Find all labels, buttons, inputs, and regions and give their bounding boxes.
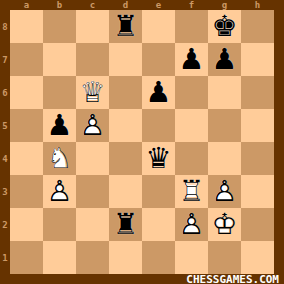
square-a2[interactable] <box>10 208 43 241</box>
queen-icon: ♛ <box>142 142 175 175</box>
square-f6[interactable] <box>175 76 208 109</box>
rook-icon: ♜ <box>109 10 142 43</box>
white-pawn-piece[interactable]: ♟♙ <box>175 208 208 241</box>
white-pawn-piece[interactable]: ♟♙ <box>43 175 76 208</box>
black-rook-piece[interactable]: ♜ <box>109 208 142 241</box>
square-a8[interactable] <box>10 10 43 43</box>
square-f1[interactable] <box>175 241 208 274</box>
square-a7[interactable] <box>10 43 43 76</box>
square-c2[interactable] <box>76 208 109 241</box>
square-c4[interactable] <box>76 142 109 175</box>
square-d1[interactable] <box>109 241 142 274</box>
square-e5[interactable] <box>142 109 175 142</box>
square-h6[interactable] <box>241 76 274 109</box>
rank-label-8: 8 <box>0 10 10 43</box>
square-f5[interactable] <box>175 109 208 142</box>
pawn-icon: ♟ <box>43 109 76 142</box>
square-h1[interactable] <box>241 241 274 274</box>
square-e4[interactable]: ♛ <box>142 142 175 175</box>
file-label-g: g <box>208 0 241 10</box>
king-outline-icon: ♔ <box>208 208 241 241</box>
square-d3[interactable] <box>109 175 142 208</box>
watermark: CHESSGAMES.COM <box>186 274 279 284</box>
square-d7[interactable] <box>109 43 142 76</box>
pawn-outline-icon: ♙ <box>43 175 76 208</box>
square-g7[interactable]: ♟ <box>208 43 241 76</box>
square-d8[interactable]: ♜ <box>109 10 142 43</box>
square-h2[interactable] <box>241 208 274 241</box>
square-a3[interactable] <box>10 175 43 208</box>
white-king-piece[interactable]: ♚♔ <box>208 208 241 241</box>
square-g2[interactable]: ♚♔ <box>208 208 241 241</box>
square-d6[interactable] <box>109 76 142 109</box>
king-icon: ♚ <box>208 10 241 43</box>
square-a4[interactable] <box>10 142 43 175</box>
square-e8[interactable] <box>142 10 175 43</box>
rank-label-4: 4 <box>0 142 10 175</box>
square-b8[interactable] <box>43 10 76 43</box>
square-c3[interactable] <box>76 175 109 208</box>
square-f2[interactable]: ♟♙ <box>175 208 208 241</box>
white-pawn-piece[interactable]: ♟♙ <box>76 109 109 142</box>
file-label-b: b <box>43 0 76 10</box>
square-f7[interactable]: ♟ <box>175 43 208 76</box>
square-c5[interactable]: ♟♙ <box>76 109 109 142</box>
white-rook-piece[interactable]: ♜♖ <box>175 175 208 208</box>
square-b2[interactable] <box>43 208 76 241</box>
square-f3[interactable]: ♜♖ <box>175 175 208 208</box>
black-pawn-piece[interactable]: ♟ <box>43 109 76 142</box>
rank-label-2: 2 <box>0 208 10 241</box>
pawn-icon: ♟ <box>142 76 175 109</box>
knight-outline-icon: ♘ <box>43 142 76 175</box>
file-label-f: f <box>175 0 208 10</box>
square-e1[interactable] <box>142 241 175 274</box>
square-b4[interactable]: ♞♘ <box>43 142 76 175</box>
square-g1[interactable] <box>208 241 241 274</box>
square-f4[interactable] <box>175 142 208 175</box>
square-e6[interactable]: ♟ <box>142 76 175 109</box>
white-queen-piece[interactable]: ♛♕ <box>76 76 109 109</box>
black-pawn-piece[interactable]: ♟ <box>175 43 208 76</box>
square-c1[interactable] <box>76 241 109 274</box>
file-label-a: a <box>10 0 43 10</box>
black-rook-piece[interactable]: ♜ <box>109 10 142 43</box>
square-g4[interactable] <box>208 142 241 175</box>
rook-outline-icon: ♖ <box>175 175 208 208</box>
black-pawn-piece[interactable]: ♟ <box>208 43 241 76</box>
square-b7[interactable] <box>43 43 76 76</box>
pawn-outline-icon: ♙ <box>175 208 208 241</box>
square-b5[interactable]: ♟ <box>43 109 76 142</box>
square-g6[interactable] <box>208 76 241 109</box>
square-h4[interactable] <box>241 142 274 175</box>
square-b1[interactable] <box>43 241 76 274</box>
rank-label-6: 6 <box>0 76 10 109</box>
square-a5[interactable] <box>10 109 43 142</box>
square-c8[interactable] <box>76 10 109 43</box>
file-label-c: c <box>76 0 109 10</box>
square-h7[interactable] <box>241 43 274 76</box>
square-g5[interactable] <box>208 109 241 142</box>
white-knight-piece[interactable]: ♞♘ <box>43 142 76 175</box>
pawn-outline-icon: ♙ <box>208 175 241 208</box>
square-b3[interactable]: ♟♙ <box>43 175 76 208</box>
chess-diagram: ♜♚♟♟♛♕♟♟♟♙♞♘♛♟♙♜♖♟♙♜♟♙♚♔ abcdefgh 876543… <box>0 0 284 284</box>
pawn-icon: ♟ <box>208 43 241 76</box>
black-king-piece[interactable]: ♚ <box>208 10 241 43</box>
file-label-d: d <box>109 0 142 10</box>
square-c7[interactable] <box>76 43 109 76</box>
file-label-h: h <box>241 0 274 10</box>
square-e7[interactable] <box>142 43 175 76</box>
square-d5[interactable] <box>109 109 142 142</box>
square-g3[interactable]: ♟♙ <box>208 175 241 208</box>
file-label-e: e <box>142 0 175 10</box>
square-c6[interactable]: ♛♕ <box>76 76 109 109</box>
rank-label-1: 1 <box>0 241 10 274</box>
black-queen-piece[interactable]: ♛ <box>142 142 175 175</box>
square-h5[interactable] <box>241 109 274 142</box>
square-e3[interactable] <box>142 175 175 208</box>
square-d4[interactable] <box>109 142 142 175</box>
chess-board[interactable]: ♜♚♟♟♛♕♟♟♟♙♞♘♛♟♙♜♖♟♙♜♟♙♚♔ <box>10 10 274 274</box>
pawn-outline-icon: ♙ <box>76 109 109 142</box>
pawn-icon: ♟ <box>175 43 208 76</box>
rank-label-7: 7 <box>0 43 10 76</box>
queen-outline-icon: ♕ <box>76 76 109 109</box>
square-h3[interactable] <box>241 175 274 208</box>
square-h8[interactable] <box>241 10 274 43</box>
rook-icon: ♜ <box>109 208 142 241</box>
rank-label-3: 3 <box>0 175 10 208</box>
black-pawn-piece[interactable]: ♟ <box>142 76 175 109</box>
white-pawn-piece[interactable]: ♟♙ <box>208 175 241 208</box>
square-e2[interactable] <box>142 208 175 241</box>
square-d2[interactable]: ♜ <box>109 208 142 241</box>
rank-label-5: 5 <box>0 109 10 142</box>
square-g8[interactable]: ♚ <box>208 10 241 43</box>
square-f8[interactable] <box>175 10 208 43</box>
square-a1[interactable] <box>10 241 43 274</box>
square-a6[interactable] <box>10 76 43 109</box>
square-b6[interactable] <box>43 76 76 109</box>
